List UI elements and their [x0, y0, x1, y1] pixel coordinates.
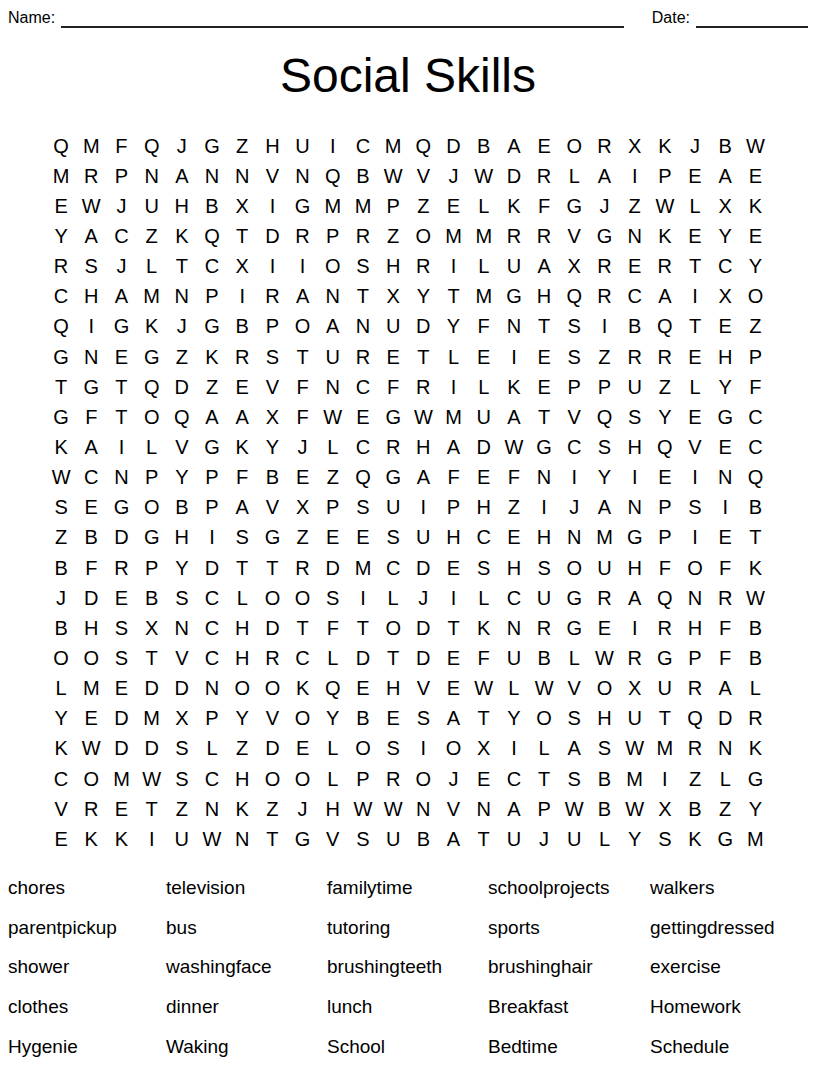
grid-cell-r14c6[interactable]: I [197, 523, 227, 553]
grid-cell-r21c12[interactable]: S [378, 734, 408, 764]
grid-cell-r15c16[interactable]: H [499, 553, 529, 583]
grid-cell-r9c8[interactable]: V [257, 372, 287, 402]
grid-cell-r13c22[interactable]: S [680, 493, 710, 523]
grid-cell-r16c11[interactable]: I [348, 583, 378, 613]
grid-cell-r11c13[interactable]: H [408, 432, 438, 462]
grid-cell-r8c16[interactable]: I [499, 342, 529, 372]
grid-cell-r24c19[interactable]: L [589, 824, 619, 854]
grid-cell-r7c8[interactable]: P [257, 312, 287, 342]
grid-cell-r23c17[interactable]: P [529, 794, 559, 824]
grid-cell-r15c24[interactable]: K [740, 553, 770, 583]
grid-cell-r17c12[interactable]: O [378, 613, 408, 643]
grid-cell-r11c16[interactable]: W [499, 432, 529, 462]
grid-cell-r10c9[interactable]: F [288, 402, 318, 432]
grid-cell-r12c7[interactable]: F [227, 463, 257, 493]
grid-cell-r23c20[interactable]: W [620, 794, 650, 824]
grid-cell-r10c14[interactable]: M [438, 402, 468, 432]
grid-cell-r11c22[interactable]: V [680, 432, 710, 462]
grid-cell-r17c20[interactable]: I [620, 613, 650, 643]
grid-cell-r22c5[interactable]: S [167, 764, 197, 794]
grid-cell-r18c14[interactable]: E [438, 643, 468, 673]
grid-cell-r16c19[interactable]: R [589, 583, 619, 613]
grid-cell-r10c1[interactable]: G [46, 402, 76, 432]
grid-cell-r14c22[interactable]: I [680, 523, 710, 553]
grid-cell-r23c5[interactable]: Z [167, 794, 197, 824]
grid-cell-r13c3[interactable]: G [106, 493, 136, 523]
grid-cell-r2c3[interactable]: P [106, 161, 136, 191]
grid-cell-r18c18[interactable]: L [559, 643, 589, 673]
grid-cell-r16c14[interactable]: I [438, 583, 468, 613]
grid-cell-r12c19[interactable]: Y [589, 463, 619, 493]
grid-cell-r20c5[interactable]: X [167, 704, 197, 734]
grid-cell-r10c7[interactable]: A [227, 402, 257, 432]
grid-cell-r4c14[interactable]: M [438, 221, 468, 251]
grid-cell-r23c7[interactable]: K [227, 794, 257, 824]
grid-cell-r18c2[interactable]: O [76, 643, 106, 673]
grid-cell-r14c14[interactable]: H [438, 523, 468, 553]
grid-cell-r15c14[interactable]: E [438, 553, 468, 583]
grid-cell-r9c14[interactable]: I [438, 372, 468, 402]
grid-cell-r19c18[interactable]: V [559, 674, 589, 704]
grid-cell-r11c2[interactable]: A [76, 432, 106, 462]
grid-cell-r17c4[interactable]: X [137, 613, 167, 643]
grid-cell-r22c11[interactable]: P [348, 764, 378, 794]
grid-cell-r19c3[interactable]: E [106, 674, 136, 704]
grid-cell-r10c19[interactable]: Q [589, 402, 619, 432]
grid-cell-r19c17[interactable]: W [529, 674, 559, 704]
grid-cell-r22c14[interactable]: J [438, 764, 468, 794]
grid-cell-r14c11[interactable]: E [348, 523, 378, 553]
grid-cell-r3c1[interactable]: E [46, 191, 76, 221]
grid-cell-r11c20[interactable]: H [620, 432, 650, 462]
grid-cell-r6c18[interactable]: Q [559, 282, 589, 312]
grid-cell-r9c15[interactable]: L [469, 372, 499, 402]
grid-cell-r16c10[interactable]: S [318, 583, 348, 613]
grid-cell-r8c4[interactable]: G [137, 342, 167, 372]
grid-cell-r11c17[interactable]: G [529, 432, 559, 462]
grid-cell-r7c6[interactable]: G [197, 312, 227, 342]
grid-cell-r3c3[interactable]: J [106, 191, 136, 221]
grid-cell-r24c12[interactable]: U [378, 824, 408, 854]
grid-cell-r19c13[interactable]: V [408, 674, 438, 704]
grid-cell-r19c10[interactable]: Q [318, 674, 348, 704]
grid-cell-r8c22[interactable]: E [680, 342, 710, 372]
grid-cell-r12c18[interactable]: I [559, 463, 589, 493]
grid-cell-r7c7[interactable]: B [227, 312, 257, 342]
grid-cell-r17c19[interactable]: E [589, 613, 619, 643]
grid-cell-r7c19[interactable]: I [589, 312, 619, 342]
grid-cell-r19c15[interactable]: W [469, 674, 499, 704]
grid-cell-r24c7[interactable]: N [227, 824, 257, 854]
grid-cell-r12c10[interactable]: Z [318, 463, 348, 493]
grid-cell-r10c17[interactable]: T [529, 402, 559, 432]
grid-cell-r6c5[interactable]: N [167, 282, 197, 312]
grid-cell-r21c2[interactable]: W [76, 734, 106, 764]
grid-cell-r7c4[interactable]: K [137, 312, 167, 342]
grid-cell-r11c1[interactable]: K [46, 432, 76, 462]
grid-cell-r1c11[interactable]: C [348, 131, 378, 161]
grid-cell-r24c21[interactable]: S [650, 824, 680, 854]
grid-cell-r4c13[interactable]: O [408, 221, 438, 251]
grid-cell-r10c13[interactable]: W [408, 402, 438, 432]
grid-cell-r17c16[interactable]: N [499, 613, 529, 643]
grid-cell-r1c3[interactable]: F [106, 131, 136, 161]
grid-cell-r16c16[interactable]: C [499, 583, 529, 613]
grid-cell-r3c15[interactable]: L [469, 191, 499, 221]
grid-cell-r24c18[interactable]: U [559, 824, 589, 854]
grid-cell-r6c1[interactable]: C [46, 282, 76, 312]
grid-cell-r20c8[interactable]: V [257, 704, 287, 734]
grid-cell-r14c23[interactable]: E [710, 523, 740, 553]
grid-cell-r5c1[interactable]: R [46, 252, 76, 282]
grid-cell-r2c24[interactable]: E [740, 161, 770, 191]
grid-cell-r4c12[interactable]: Z [378, 221, 408, 251]
grid-cell-r3c7[interactable]: X [227, 191, 257, 221]
grid-cell-r8c2[interactable]: N [76, 342, 106, 372]
grid-cell-r24c23[interactable]: G [710, 824, 740, 854]
grid-cell-r15c11[interactable]: M [348, 553, 378, 583]
grid-cell-r22c17[interactable]: T [529, 764, 559, 794]
grid-cell-r3c21[interactable]: W [650, 191, 680, 221]
grid-cell-r7c23[interactable]: E [710, 312, 740, 342]
grid-cell-r11c24[interactable]: C [740, 432, 770, 462]
grid-cell-r18c11[interactable]: D [348, 643, 378, 673]
grid-cell-r8c10[interactable]: U [318, 342, 348, 372]
grid-cell-r8c7[interactable]: R [227, 342, 257, 372]
grid-cell-r5c21[interactable]: R [650, 252, 680, 282]
grid-cell-r15c4[interactable]: P [137, 553, 167, 583]
grid-cell-r15c12[interactable]: C [378, 553, 408, 583]
grid-cell-r14c1[interactable]: Z [46, 523, 76, 553]
grid-cell-r24c1[interactable]: E [46, 824, 76, 854]
grid-cell-r20c23[interactable]: D [710, 704, 740, 734]
grid-cell-r15c5[interactable]: Y [167, 553, 197, 583]
grid-cell-r1c17[interactable]: E [529, 131, 559, 161]
grid-cell-r13c20[interactable]: N [620, 493, 650, 523]
grid-cell-r10c11[interactable]: E [348, 402, 378, 432]
grid-cell-r5c14[interactable]: I [438, 252, 468, 282]
grid-cell-r12c3[interactable]: N [106, 463, 136, 493]
grid-cell-r10c23[interactable]: G [710, 402, 740, 432]
grid-cell-r13c17[interactable]: I [529, 493, 559, 523]
grid-cell-r18c9[interactable]: C [288, 643, 318, 673]
grid-cell-r21c16[interactable]: I [499, 734, 529, 764]
grid-cell-r18c7[interactable]: H [227, 643, 257, 673]
grid-cell-r6c8[interactable]: R [257, 282, 287, 312]
grid-cell-r4c22[interactable]: E [680, 221, 710, 251]
grid-cell-r4c11[interactable]: R [348, 221, 378, 251]
grid-cell-r15c15[interactable]: S [469, 553, 499, 583]
grid-cell-r15c3[interactable]: R [106, 553, 136, 583]
grid-cell-r2c1[interactable]: M [46, 161, 76, 191]
grid-cell-r4c3[interactable]: C [106, 221, 136, 251]
grid-cell-r18c24[interactable]: B [740, 643, 770, 673]
grid-cell-r7c15[interactable]: F [469, 312, 499, 342]
grid-cell-r5c6[interactable]: C [197, 252, 227, 282]
grid-cell-r2c20[interactable]: I [620, 161, 650, 191]
grid-cell-r6c16[interactable]: G [499, 282, 529, 312]
grid-cell-r8c1[interactable]: G [46, 342, 76, 372]
grid-cell-r10c2[interactable]: F [76, 402, 106, 432]
grid-cell-r20c12[interactable]: E [378, 704, 408, 734]
grid-cell-r7c3[interactable]: G [106, 312, 136, 342]
grid-cell-r10c24[interactable]: C [740, 402, 770, 432]
grid-cell-r9c9[interactable]: F [288, 372, 318, 402]
grid-cell-r15c9[interactable]: R [288, 553, 318, 583]
grid-cell-r5c19[interactable]: R [589, 252, 619, 282]
grid-cell-r16c13[interactable]: J [408, 583, 438, 613]
grid-cell-r18c12[interactable]: T [378, 643, 408, 673]
grid-cell-r21c13[interactable]: I [408, 734, 438, 764]
grid-cell-r9c17[interactable]: E [529, 372, 559, 402]
grid-cell-r4c5[interactable]: K [167, 221, 197, 251]
grid-cell-r12c24[interactable]: Q [740, 463, 770, 493]
grid-cell-r3c18[interactable]: G [559, 191, 589, 221]
grid-cell-r2c22[interactable]: E [680, 161, 710, 191]
grid-cell-r19c16[interactable]: L [499, 674, 529, 704]
grid-cell-r17c1[interactable]: B [46, 613, 76, 643]
grid-cell-r24c6[interactable]: W [197, 824, 227, 854]
grid-cell-r13c4[interactable]: O [137, 493, 167, 523]
grid-cell-r8c5[interactable]: Z [167, 342, 197, 372]
grid-cell-r12c17[interactable]: N [529, 463, 559, 493]
grid-cell-r7c11[interactable]: N [348, 312, 378, 342]
grid-cell-r14c9[interactable]: Z [288, 523, 318, 553]
grid-cell-r10c15[interactable]: U [469, 402, 499, 432]
grid-cell-r18c19[interactable]: W [589, 643, 619, 673]
grid-cell-r1c6[interactable]: G [197, 131, 227, 161]
grid-cell-r8c15[interactable]: E [469, 342, 499, 372]
grid-cell-r6c13[interactable]: Y [408, 282, 438, 312]
grid-cell-r1c4[interactable]: Q [137, 131, 167, 161]
grid-cell-r23c1[interactable]: V [46, 794, 76, 824]
grid-cell-r15c18[interactable]: O [559, 553, 589, 583]
grid-cell-r10c8[interactable]: X [257, 402, 287, 432]
grid-cell-r21c6[interactable]: L [197, 734, 227, 764]
grid-cell-r9c24[interactable]: F [740, 372, 770, 402]
grid-cell-r12c4[interactable]: P [137, 463, 167, 493]
grid-cell-r20c21[interactable]: T [650, 704, 680, 734]
grid-cell-r22c15[interactable]: E [469, 764, 499, 794]
grid-cell-r8c20[interactable]: R [620, 342, 650, 372]
grid-cell-r16c3[interactable]: E [106, 583, 136, 613]
grid-cell-r20c3[interactable]: D [106, 704, 136, 734]
grid-cell-r17c2[interactable]: H [76, 613, 106, 643]
grid-cell-r19c14[interactable]: E [438, 674, 468, 704]
grid-cell-r6c7[interactable]: I [227, 282, 257, 312]
grid-cell-r13c14[interactable]: P [438, 493, 468, 523]
grid-cell-r18c5[interactable]: V [167, 643, 197, 673]
grid-cell-r21c3[interactable]: D [106, 734, 136, 764]
grid-cell-r20c6[interactable]: P [197, 704, 227, 734]
grid-cell-r2c23[interactable]: A [710, 161, 740, 191]
grid-cell-r13c5[interactable]: B [167, 493, 197, 523]
grid-cell-r4c21[interactable]: K [650, 221, 680, 251]
grid-cell-r15c19[interactable]: U [589, 553, 619, 583]
grid-cell-r7c17[interactable]: T [529, 312, 559, 342]
grid-cell-r15c17[interactable]: S [529, 553, 559, 583]
grid-cell-r23c24[interactable]: Y [740, 794, 770, 824]
grid-cell-r13c15[interactable]: H [469, 493, 499, 523]
grid-cell-r19c11[interactable]: E [348, 674, 378, 704]
grid-cell-r16c23[interactable]: R [710, 583, 740, 613]
grid-cell-r7c5[interactable]: J [167, 312, 197, 342]
grid-cell-r2c2[interactable]: R [76, 161, 106, 191]
grid-cell-r13c13[interactable]: I [408, 493, 438, 523]
grid-cell-r22c9[interactable]: O [288, 764, 318, 794]
grid-cell-r2c4[interactable]: N [137, 161, 167, 191]
grid-cell-r4c17[interactable]: R [529, 221, 559, 251]
grid-cell-r17c3[interactable]: S [106, 613, 136, 643]
grid-cell-r2c18[interactable]: L [559, 161, 589, 191]
grid-cell-r17c5[interactable]: N [167, 613, 197, 643]
grid-cell-r7c10[interactable]: A [318, 312, 348, 342]
grid-cell-r23c23[interactable]: Z [710, 794, 740, 824]
grid-cell-r5c22[interactable]: T [680, 252, 710, 282]
grid-cell-r20c14[interactable]: A [438, 704, 468, 734]
grid-cell-r21c9[interactable]: E [288, 734, 318, 764]
grid-cell-r17c14[interactable]: T [438, 613, 468, 643]
grid-cell-r6c9[interactable]: A [288, 282, 318, 312]
grid-cell-r11c12[interactable]: R [378, 432, 408, 462]
grid-cell-r21c10[interactable]: L [318, 734, 348, 764]
grid-cell-r24c15[interactable]: T [469, 824, 499, 854]
grid-cell-r4c20[interactable]: N [620, 221, 650, 251]
grid-cell-r3c12[interactable]: P [378, 191, 408, 221]
grid-cell-r15c21[interactable]: F [650, 553, 680, 583]
grid-cell-r18c10[interactable]: L [318, 643, 348, 673]
grid-cell-r13c7[interactable]: A [227, 493, 257, 523]
grid-cell-r14c20[interactable]: G [620, 523, 650, 553]
grid-cell-r14c16[interactable]: E [499, 523, 529, 553]
grid-cell-r24c13[interactable]: B [408, 824, 438, 854]
grid-cell-r21c1[interactable]: K [46, 734, 76, 764]
grid-cell-r4c2[interactable]: A [76, 221, 106, 251]
grid-cell-r15c7[interactable]: T [227, 553, 257, 583]
grid-cell-r12c1[interactable]: W [46, 463, 76, 493]
grid-cell-r5c4[interactable]: L [137, 252, 167, 282]
grid-cell-r1c15[interactable]: B [469, 131, 499, 161]
grid-cell-r20c7[interactable]: Y [227, 704, 257, 734]
grid-cell-r18c21[interactable]: G [650, 643, 680, 673]
grid-cell-r18c23[interactable]: F [710, 643, 740, 673]
grid-cell-r6c3[interactable]: A [106, 282, 136, 312]
grid-cell-r2c5[interactable]: A [167, 161, 197, 191]
grid-cell-r12c13[interactable]: A [408, 463, 438, 493]
grid-cell-r22c24[interactable]: G [740, 764, 770, 794]
grid-cell-r16c1[interactable]: J [46, 583, 76, 613]
grid-cell-r8c12[interactable]: E [378, 342, 408, 372]
grid-cell-r3c23[interactable]: X [710, 191, 740, 221]
grid-cell-r5c17[interactable]: A [529, 252, 559, 282]
grid-cell-r13c23[interactable]: I [710, 493, 740, 523]
grid-cell-r4c16[interactable]: R [499, 221, 529, 251]
grid-cell-r20c15[interactable]: T [469, 704, 499, 734]
grid-cell-r16c20[interactable]: A [620, 583, 650, 613]
grid-cell-r13c18[interactable]: J [559, 493, 589, 523]
grid-cell-r23c13[interactable]: N [408, 794, 438, 824]
grid-cell-r14c15[interactable]: C [469, 523, 499, 553]
grid-cell-r14c8[interactable]: G [257, 523, 287, 553]
grid-cell-r20c18[interactable]: S [559, 704, 589, 734]
grid-cell-r6c12[interactable]: X [378, 282, 408, 312]
grid-cell-r21c19[interactable]: S [589, 734, 619, 764]
grid-cell-r8c17[interactable]: E [529, 342, 559, 372]
grid-cell-r9c13[interactable]: R [408, 372, 438, 402]
grid-cell-r19c4[interactable]: D [137, 674, 167, 704]
grid-cell-r1c5[interactable]: J [167, 131, 197, 161]
grid-cell-r5c13[interactable]: R [408, 252, 438, 282]
grid-cell-r8c23[interactable]: H [710, 342, 740, 372]
grid-cell-r23c3[interactable]: E [106, 794, 136, 824]
grid-cell-r12c2[interactable]: C [76, 463, 106, 493]
grid-cell-r1c16[interactable]: A [499, 131, 529, 161]
grid-cell-r24c20[interactable]: Y [620, 824, 650, 854]
grid-cell-r6c14[interactable]: T [438, 282, 468, 312]
grid-cell-r3c11[interactable]: M [348, 191, 378, 221]
grid-cell-r12c15[interactable]: E [469, 463, 499, 493]
grid-cell-r9c22[interactable]: L [680, 372, 710, 402]
grid-cell-r8c9[interactable]: T [288, 342, 318, 372]
grid-cell-r24c4[interactable]: I [137, 824, 167, 854]
grid-cell-r13c9[interactable]: X [288, 493, 318, 523]
grid-cell-r22c1[interactable]: C [46, 764, 76, 794]
grid-cell-r11c10[interactable]: L [318, 432, 348, 462]
grid-cell-r17c21[interactable]: R [650, 613, 680, 643]
grid-cell-r24c17[interactable]: J [529, 824, 559, 854]
grid-cell-r23c21[interactable]: X [650, 794, 680, 824]
grid-cell-r1c24[interactable]: W [740, 131, 770, 161]
grid-cell-r19c24[interactable]: L [740, 674, 770, 704]
grid-cell-r24c11[interactable]: S [348, 824, 378, 854]
grid-cell-r22c22[interactable]: Z [680, 764, 710, 794]
grid-cell-r13c8[interactable]: V [257, 493, 287, 523]
grid-cell-r14c2[interactable]: B [76, 523, 106, 553]
grid-cell-r10c21[interactable]: Y [650, 402, 680, 432]
grid-cell-r20c19[interactable]: H [589, 704, 619, 734]
grid-cell-r17c8[interactable]: D [257, 613, 287, 643]
grid-cell-r19c21[interactable]: U [650, 674, 680, 704]
grid-cell-r19c22[interactable]: R [680, 674, 710, 704]
grid-cell-r8c19[interactable]: Z [589, 342, 619, 372]
grid-cell-r1c9[interactable]: U [288, 131, 318, 161]
grid-cell-r24c9[interactable]: G [288, 824, 318, 854]
grid-cell-r19c8[interactable]: O [257, 674, 287, 704]
grid-cell-r16c12[interactable]: L [378, 583, 408, 613]
grid-cell-r2c7[interactable]: N [227, 161, 257, 191]
grid-cell-r1c19[interactable]: R [589, 131, 619, 161]
grid-cell-r1c23[interactable]: B [710, 131, 740, 161]
grid-cell-r14c13[interactable]: U [408, 523, 438, 553]
grid-cell-r6c17[interactable]: H [529, 282, 559, 312]
grid-cell-r18c1[interactable]: O [46, 643, 76, 673]
grid-cell-r21c4[interactable]: D [137, 734, 167, 764]
grid-cell-r11c15[interactable]: D [469, 432, 499, 462]
grid-cell-r3c6[interactable]: B [197, 191, 227, 221]
grid-cell-r9c4[interactable]: Q [137, 372, 167, 402]
grid-cell-r4c7[interactable]: T [227, 221, 257, 251]
grid-cell-r9c11[interactable]: C [348, 372, 378, 402]
grid-cell-r10c12[interactable]: G [378, 402, 408, 432]
grid-cell-r20c11[interactable]: B [348, 704, 378, 734]
grid-cell-r15c10[interactable]: D [318, 553, 348, 583]
grid-cell-r24c10[interactable]: V [318, 824, 348, 854]
grid-cell-r7c21[interactable]: Q [650, 312, 680, 342]
grid-cell-r23c4[interactable]: T [137, 794, 167, 824]
grid-cell-r2c14[interactable]: J [438, 161, 468, 191]
grid-cell-r5c3[interactable]: J [106, 252, 136, 282]
grid-cell-r19c12[interactable]: H [378, 674, 408, 704]
